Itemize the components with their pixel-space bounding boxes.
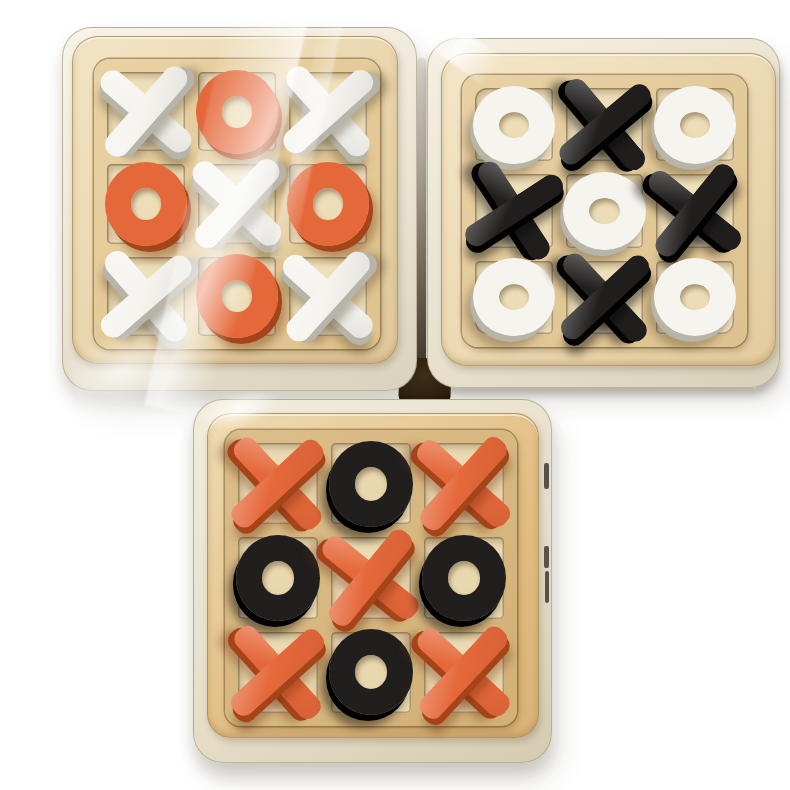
cell-r1c3[interactable] [656,88,734,161]
cell-r2c2[interactable] [566,174,644,247]
cell-r2c1[interactable] [238,537,318,618]
grid-plate [94,59,380,349]
cell-r3c1[interactable] [475,261,553,334]
piece-o-white[interactable] [473,86,555,164]
cell-r1c2[interactable] [566,88,644,161]
piece-x-white[interactable] [287,255,369,338]
piece-o-white[interactable] [563,172,645,250]
piece-o-black[interactable] [329,629,414,715]
cell-r3c3[interactable] [289,257,367,336]
base-edge-slot [545,571,549,603]
piece-x-white[interactable] [104,69,187,154]
piece-x-orange[interactable] [423,630,506,714]
cell-r2c1[interactable] [475,174,553,247]
cell-r2c2[interactable] [198,164,276,243]
piece-o-orange[interactable] [196,70,279,154]
cell-r2c1[interactable] [107,164,185,243]
cell-r1c3[interactable] [424,443,504,524]
cell-r2c3[interactable] [289,164,367,243]
wood-frame [207,413,539,738]
board-gap-seam [417,58,426,388]
grid-plate [462,75,747,347]
cell-r2c3[interactable] [424,537,504,618]
piece-o-white[interactable] [654,86,736,164]
piece-x-orange[interactable] [422,441,506,526]
piece-x-white[interactable] [197,163,278,245]
piece-o-black[interactable] [236,535,321,621]
piece-o-orange[interactable] [196,254,279,338]
wood-frame [72,36,398,364]
piece-x-orange[interactable] [237,442,320,526]
piece-o-white[interactable] [654,258,736,336]
cell-r1c1[interactable] [238,443,318,524]
wood-frame [441,53,776,366]
cell-r2c3[interactable] [656,174,734,247]
cell-r1c2[interactable] [331,443,411,524]
cell-r3c1[interactable] [238,632,318,713]
piece-o-orange[interactable] [287,162,370,246]
piece-x-white[interactable] [287,70,369,153]
piece-x-black[interactable] [563,85,647,165]
cell-r2c2[interactable] [331,537,411,618]
cell-r1c1[interactable] [107,72,185,151]
cell-r3c2[interactable] [198,257,276,336]
grid-plate [225,430,517,726]
product-photo-stage [0,0,790,790]
piece-x-orange[interactable] [327,533,415,622]
x-bar [461,171,567,251]
base-edge-slot [544,463,549,489]
piece-x-black[interactable] [564,259,644,335]
cell-r3c2[interactable] [566,261,644,334]
cell-r3c1[interactable] [107,257,185,336]
piece-o-black[interactable] [422,535,507,621]
cell-r3c3[interactable] [424,632,504,713]
cell-r1c2[interactable] [198,72,276,151]
cell-r3c2[interactable] [331,632,411,713]
piece-o-white[interactable] [473,258,555,336]
board-bottom-center [193,399,552,763]
piece-x-white[interactable] [104,254,187,339]
piece-o-black[interactable] [329,441,414,527]
base-edge-slot [544,546,549,568]
cell-r1c3[interactable] [289,72,367,151]
piece-o-orange[interactable] [105,162,188,246]
piece-x-black[interactable] [468,167,559,255]
board-top-left [62,27,417,391]
cell-r3c3[interactable] [656,261,734,334]
cell-r1c1[interactable] [475,88,553,161]
piece-x-black[interactable] [653,170,738,251]
board-top-right [427,38,780,388]
piece-x-orange[interactable] [236,630,320,715]
